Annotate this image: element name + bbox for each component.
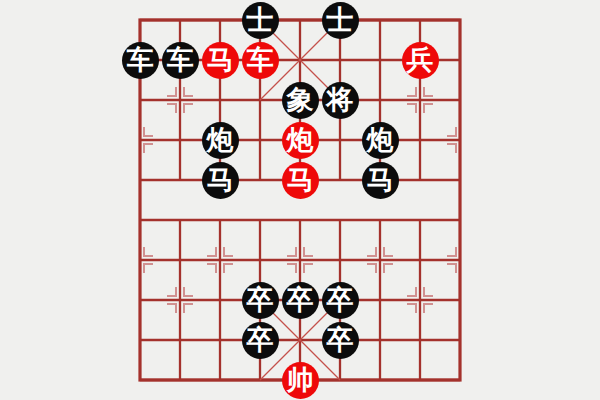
piece-black-soldier[interactable]: 卒: [322, 282, 359, 319]
piece-black-rook[interactable]: 车: [162, 42, 199, 79]
piece-glyph: 象: [287, 86, 314, 113]
piece-black-elephant[interactable]: 象: [282, 82, 319, 119]
piece-red-horse[interactable]: 马: [282, 162, 319, 199]
piece-glyph: 炮: [367, 126, 394, 153]
piece-glyph: 车: [167, 46, 194, 73]
piece-black-soldier[interactable]: 卒: [322, 322, 359, 359]
piece-black-cannon[interactable]: 炮: [202, 122, 239, 159]
piece-glyph: 卒: [247, 286, 274, 313]
piece-glyph: 马: [207, 46, 234, 73]
piece-black-soldier[interactable]: 卒: [242, 322, 279, 359]
piece-glyph: 卒: [287, 286, 314, 313]
piece-red-general[interactable]: 帅: [282, 362, 319, 399]
piece-red-cannon[interactable]: 炮: [282, 122, 319, 159]
piece-glyph: 车: [247, 46, 274, 73]
piece-glyph: 马: [367, 166, 394, 193]
piece-glyph: 士: [327, 6, 354, 33]
piece-black-horse[interactable]: 马: [202, 162, 239, 199]
piece-glyph: 兵: [407, 46, 434, 73]
piece-glyph: 帅: [287, 366, 314, 393]
pieces-layer: 士士车车马车兵象将炮炮炮马马马卒卒卒卒卒帅: [120, 0, 480, 400]
piece-glyph: 车: [127, 46, 154, 73]
piece-glyph: 将: [327, 86, 354, 113]
piece-glyph: 炮: [287, 126, 314, 153]
piece-black-advisor[interactable]: 士: [242, 2, 279, 39]
piece-black-soldier[interactable]: 卒: [242, 282, 279, 319]
piece-glyph: 马: [287, 166, 314, 193]
piece-black-rook[interactable]: 车: [122, 42, 159, 79]
piece-red-rook[interactable]: 车: [242, 42, 279, 79]
piece-black-general[interactable]: 将: [322, 82, 359, 119]
piece-glyph: 士: [247, 6, 274, 33]
piece-red-soldier[interactable]: 兵: [402, 42, 439, 79]
piece-glyph: 炮: [207, 126, 234, 153]
piece-black-horse[interactable]: 马: [362, 162, 399, 199]
piece-glyph: 卒: [327, 326, 354, 353]
piece-black-advisor[interactable]: 士: [322, 2, 359, 39]
piece-glyph: 卒: [327, 286, 354, 313]
piece-red-horse[interactable]: 马: [202, 42, 239, 79]
piece-black-soldier[interactable]: 卒: [282, 282, 319, 319]
xiangqi-board: 士士车车马车兵象将炮炮炮马马马卒卒卒卒卒帅: [0, 0, 600, 400]
piece-glyph: 卒: [247, 326, 274, 353]
piece-glyph: 马: [207, 166, 234, 193]
piece-black-cannon[interactable]: 炮: [362, 122, 399, 159]
